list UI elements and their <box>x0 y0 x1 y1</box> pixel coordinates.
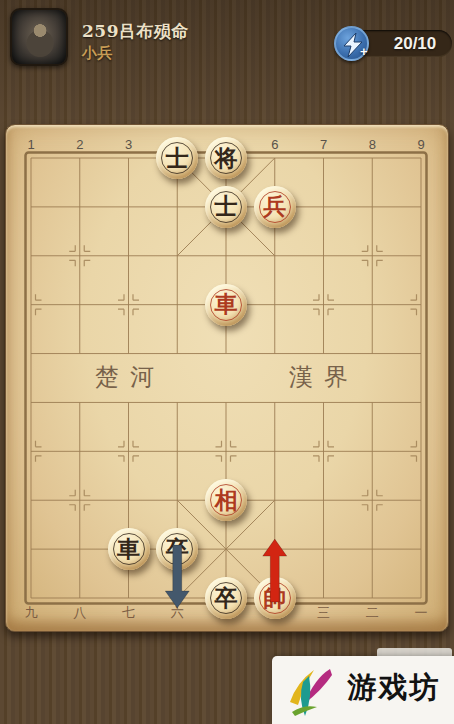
puzzle-title: 259吕布殒命 <box>82 20 189 43</box>
piece-character: 相 <box>215 488 238 511</box>
piece-character: 士 <box>166 146 189 169</box>
piece-character: 兵 <box>263 194 286 217</box>
piece-red-chariot[interactable]: 車 <box>205 284 247 326</box>
piece-red-general[interactable]: 帥 <box>254 577 296 619</box>
piece-character: 帥 <box>263 586 286 609</box>
energy-value: 20/10 <box>380 30 450 57</box>
watermark-text: 游戏坊 <box>336 668 452 708</box>
piece-character: 士 <box>215 194 238 217</box>
piece-black-general[interactable]: 将 <box>205 137 247 179</box>
piece-character: 車 <box>117 537 140 560</box>
piece-character: 卒 <box>215 586 238 609</box>
avatar[interactable] <box>10 8 68 66</box>
piece-black-advisor-1[interactable]: 士 <box>156 137 198 179</box>
rank-label: 小兵 <box>82 44 112 63</box>
piece-character: 車 <box>215 292 238 315</box>
piece-red-soldier[interactable]: 兵 <box>254 186 296 228</box>
piece-black-advisor-2[interactable]: 士 <box>205 186 247 228</box>
piece-black-pawn-2[interactable]: 卒 <box>205 577 247 619</box>
piece-character: 卒 <box>166 537 189 560</box>
piece-character: 将 <box>215 146 238 169</box>
watermark-feather-logo <box>284 662 338 720</box>
piece-black-chariot[interactable]: 車 <box>108 528 150 570</box>
game-screen: 259吕布殒命 小兵 20/10 + 楚河 漢界 123456789 九八七六五… <box>0 0 454 724</box>
piece-red-elephant[interactable]: 相 <box>205 479 247 521</box>
energy-plus: + <box>360 44 368 59</box>
